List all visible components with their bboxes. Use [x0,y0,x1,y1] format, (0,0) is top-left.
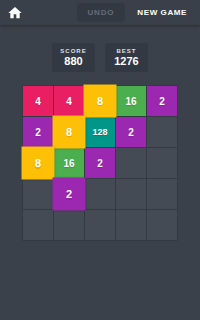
score-box: SCORE 880 [52,43,95,72]
tile-4: 4 [54,86,84,116]
new-game-button[interactable]: NEW GAME [133,3,191,22]
best-box: BEST 1276 [105,43,148,72]
undo-button[interactable]: UNDO [77,3,126,22]
best-value: 1276 [114,55,138,68]
empty-cell [85,179,115,209]
tile-8: 8 [84,85,117,118]
empty-cell [147,117,177,147]
empty-cell [23,210,53,240]
score-label: SCORE [60,47,86,55]
empty-cell [116,179,146,209]
tile-16: 16 [54,148,84,178]
game-screen: UNDO NEW GAME SCORE 880 BEST 1276 448162… [0,0,200,320]
board[interactable]: 44816228128281622 [22,85,178,241]
empty-cell [147,148,177,178]
tile-2: 2 [147,86,177,116]
empty-cell [23,179,53,209]
tile-16: 16 [116,86,146,116]
empty-cell [54,210,84,240]
tile-2: 2 [23,117,53,147]
tile-2: 2 [116,117,146,147]
empty-cell [147,210,177,240]
app-bar: UNDO NEW GAME [0,0,200,25]
tile-2: 2 [53,178,86,211]
tile-8: 8 [53,116,86,149]
home-button[interactable] [0,0,30,25]
tile-4: 4 [23,86,53,116]
home-icon [7,5,23,21]
score-value: 880 [64,55,82,68]
empty-cell [116,148,146,178]
empty-cell [116,210,146,240]
empty-cell [85,210,115,240]
tile-2: 2 [85,148,115,178]
empty-cell [147,179,177,209]
scoreboard: SCORE 880 BEST 1276 [0,43,200,72]
best-label: BEST [116,47,136,55]
tile-8: 8 [22,147,55,180]
tile-128: 128 [85,117,115,147]
